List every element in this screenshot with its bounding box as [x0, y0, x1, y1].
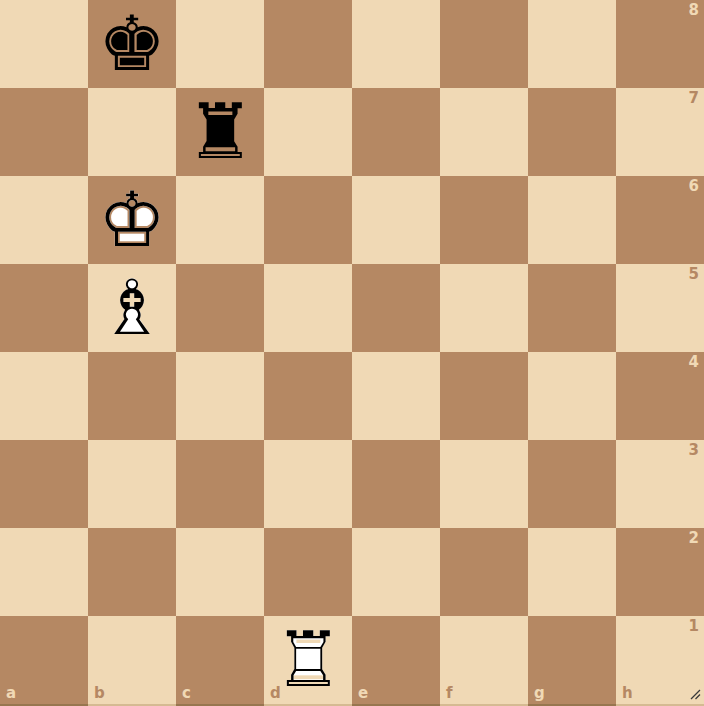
white-piece-outline-layer: ♗: [88, 264, 176, 352]
piece-black-king[interactable]: ♚: [88, 0, 176, 88]
square-d1[interactable]: ♜♖d: [264, 616, 352, 704]
square-c1[interactable]: c: [176, 616, 264, 704]
square-e1[interactable]: e: [352, 616, 440, 704]
square-h6[interactable]: 6: [616, 176, 704, 264]
square-e2[interactable]: [352, 528, 440, 616]
file-label-a: a: [6, 686, 16, 701]
square-a5[interactable]: [0, 264, 88, 352]
square-h8[interactable]: 8: [616, 0, 704, 88]
square-a6[interactable]: [0, 176, 88, 264]
file-label-c: c: [182, 686, 191, 701]
square-e4[interactable]: [352, 352, 440, 440]
piece-white-bishop[interactable]: ♝♗: [88, 264, 176, 352]
square-f5[interactable]: [440, 264, 528, 352]
square-c3[interactable]: [176, 440, 264, 528]
square-f1[interactable]: f: [440, 616, 528, 704]
rank-label-5: 5: [689, 267, 699, 282]
square-e7[interactable]: [352, 88, 440, 176]
file-label-d: d: [270, 686, 281, 701]
square-b2[interactable]: [88, 528, 176, 616]
square-d2[interactable]: [264, 528, 352, 616]
square-d4[interactable]: [264, 352, 352, 440]
square-b3[interactable]: [88, 440, 176, 528]
file-label-f: f: [446, 686, 453, 701]
square-a2[interactable]: [0, 528, 88, 616]
square-f3[interactable]: [440, 440, 528, 528]
rank-label-8: 8: [689, 3, 699, 18]
square-g2[interactable]: [528, 528, 616, 616]
square-b8[interactable]: ♚: [88, 0, 176, 88]
rank-label-4: 4: [689, 355, 699, 370]
rank-label-2: 2: [689, 531, 699, 546]
square-b7[interactable]: [88, 88, 176, 176]
square-c4[interactable]: [176, 352, 264, 440]
square-e3[interactable]: [352, 440, 440, 528]
piece-white-king[interactable]: ♚♔: [88, 176, 176, 264]
chess-board: ♚8♜7♚♔6♝♗5432abc♜♖defgh1: [0, 0, 704, 704]
square-d7[interactable]: [264, 88, 352, 176]
square-a8[interactable]: [0, 0, 88, 88]
square-g3[interactable]: [528, 440, 616, 528]
square-f4[interactable]: [440, 352, 528, 440]
square-f2[interactable]: [440, 528, 528, 616]
square-f7[interactable]: [440, 88, 528, 176]
square-b4[interactable]: [88, 352, 176, 440]
rank-label-6: 6: [689, 179, 699, 194]
square-c2[interactable]: [176, 528, 264, 616]
square-c8[interactable]: [176, 0, 264, 88]
file-label-h: h: [622, 686, 633, 701]
square-a3[interactable]: [0, 440, 88, 528]
square-b1[interactable]: b: [88, 616, 176, 704]
rank-label-7: 7: [689, 91, 699, 106]
board-container: ♚8♜7♚♔6♝♗5432abc♜♖defgh1: [0, 0, 704, 706]
square-d5[interactable]: [264, 264, 352, 352]
square-h4[interactable]: 4: [616, 352, 704, 440]
square-b6[interactable]: ♚♔: [88, 176, 176, 264]
rank-label-3: 3: [689, 443, 699, 458]
square-g6[interactable]: [528, 176, 616, 264]
board-resize-handle-icon[interactable]: [689, 688, 701, 700]
file-label-e: e: [358, 686, 368, 701]
square-d6[interactable]: [264, 176, 352, 264]
rank-label-1: 1: [689, 619, 699, 634]
square-h7[interactable]: 7: [616, 88, 704, 176]
square-g5[interactable]: [528, 264, 616, 352]
square-c5[interactable]: [176, 264, 264, 352]
square-f8[interactable]: [440, 0, 528, 88]
file-label-b: b: [94, 686, 105, 701]
square-a1[interactable]: a: [0, 616, 88, 704]
file-label-g: g: [534, 686, 545, 701]
square-h3[interactable]: 3: [616, 440, 704, 528]
square-g7[interactable]: [528, 88, 616, 176]
square-g4[interactable]: [528, 352, 616, 440]
piece-black-rook[interactable]: ♜: [176, 88, 264, 176]
square-g1[interactable]: g: [528, 616, 616, 704]
square-e8[interactable]: [352, 0, 440, 88]
square-e6[interactable]: [352, 176, 440, 264]
square-d8[interactable]: [264, 0, 352, 88]
square-c7[interactable]: ♜: [176, 88, 264, 176]
square-h5[interactable]: 5: [616, 264, 704, 352]
square-g8[interactable]: [528, 0, 616, 88]
square-c6[interactable]: [176, 176, 264, 264]
square-a7[interactable]: [0, 88, 88, 176]
white-piece-outline-layer: ♔: [88, 176, 176, 264]
square-h2[interactable]: 2: [616, 528, 704, 616]
square-e5[interactable]: [352, 264, 440, 352]
square-d3[interactable]: [264, 440, 352, 528]
square-b5[interactable]: ♝♗: [88, 264, 176, 352]
square-a4[interactable]: [0, 352, 88, 440]
square-f6[interactable]: [440, 176, 528, 264]
